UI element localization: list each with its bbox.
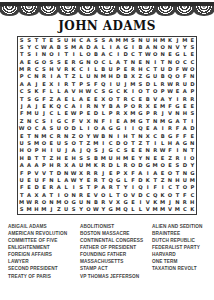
grid-cell-r3c1[interactable]: T [18,51,25,58]
grid-cell-r12c16[interactable]: M [129,118,136,125]
grid-cell-r24c11[interactable]: W [92,206,99,213]
grid-cell-r5c11[interactable]: L [92,66,99,73]
grid-cell-r10c13[interactable]: B [107,103,114,110]
grid-cell-r6c14[interactable]: D [114,73,121,80]
grid-cell-r19c12[interactable]: J [100,170,107,177]
grid-cell-r19c10[interactable]: R [85,170,92,177]
grid-cell-r3c9[interactable]: L [77,51,84,58]
grid-cell-r24c1[interactable]: S [18,206,25,213]
grid-cell-r5c24[interactable]: O [189,66,196,73]
grid-cell-r15c23[interactable]: G [181,140,188,147]
grid-cell-r12c23[interactable]: T [181,118,188,125]
grid-cell-r15c6[interactable]: U [55,140,62,147]
grid-cell-r3c14[interactable]: I [114,51,121,58]
grid-cell-r12c7[interactable]: C [62,118,69,125]
grid-cell-r11c19[interactable]: R [151,110,158,117]
grid-cell-r5c18[interactable]: C [144,66,151,73]
grid-cell-r24c9[interactable]: Y [77,206,84,213]
grid-cell-r11c9[interactable]: P [77,110,84,117]
grid-cell-r13c1[interactable]: W [18,125,25,132]
grid-cell-r22c7[interactable]: O [62,192,69,199]
grid-cell-r6c12[interactable]: M [100,73,107,80]
grid-cell-r20c13[interactable]: Q [107,177,114,184]
grid-cell-r7c14[interactable]: U [114,81,121,88]
grid-cell-r22c20[interactable]: K [159,192,166,199]
grid-cell-r15c5[interactable]: E [48,140,55,147]
grid-cell-r23c19[interactable]: K [151,199,158,206]
grid-cell-r9c17[interactable]: E [137,96,144,103]
grid-cell-r15c18[interactable]: T [144,140,151,147]
grid-cell-r14c22[interactable]: F [174,133,181,140]
grid-cell-r9c6[interactable]: A [55,96,62,103]
grid-cell-r17c15[interactable]: M [122,155,129,162]
grid-cell-r12c3[interactable]: C [33,118,40,125]
grid-cell-r9c19[interactable]: V [151,96,158,103]
grid-cell-r15c20[interactable]: L [159,140,166,147]
grid-cell-r23c2[interactable]: W [25,199,32,206]
grid-cell-r15c8[interactable]: O [70,140,77,147]
grid-cell-r2c22[interactable]: V [174,44,181,51]
grid-cell-r13c12[interactable]: A [100,125,107,132]
grid-cell-r21c23[interactable]: O [181,184,188,191]
grid-cell-r12c14[interactable]: E [114,118,121,125]
grid-cell-r24c19[interactable]: M [151,206,158,213]
grid-cell-r8c18[interactable]: T [144,88,151,95]
grid-cell-r13c4[interactable]: A [40,125,47,132]
grid-cell-r19c4[interactable]: V [40,170,47,177]
grid-cell-r17c4[interactable]: T [40,155,47,162]
grid-cell-r17c23[interactable]: I [181,155,188,162]
grid-cell-r17c2[interactable]: B [25,155,32,162]
grid-cell-r19c15[interactable]: X [122,170,129,177]
grid-cell-r18c17[interactable]: D [137,162,144,169]
grid-cell-r22c9[interactable]: R [77,192,84,199]
grid-cell-r15c3[interactable]: M [33,140,40,147]
grid-cell-r17c12[interactable]: M [100,155,107,162]
grid-cell-r9c1[interactable]: T [18,96,25,103]
grid-cell-r8c16[interactable]: I [129,88,136,95]
grid-cell-r22c10[interactable]: E [85,192,92,199]
grid-cell-r16c3[interactable]: P [33,147,40,154]
grid-cell-r24c14[interactable]: M [114,206,121,213]
grid-cell-r11c12[interactable]: L [100,110,107,117]
grid-cell-r22c23[interactable]: F [181,192,188,199]
grid-cell-r24c16[interactable]: L [129,206,136,213]
grid-cell-r6c16[interactable]: X [129,73,136,80]
grid-cell-r21c2[interactable]: E [25,184,32,191]
grid-cell-r14c7[interactable]: N [62,133,69,140]
grid-cell-r4c7[interactable]: E [62,59,69,66]
grid-cell-r20c2[interactable]: E [25,177,32,184]
grid-cell-r20c23[interactable]: U [181,177,188,184]
grid-cell-r18c7[interactable]: X [62,162,69,169]
grid-cell-r6c10[interactable]: U [85,73,92,80]
grid-cell-r20c24[interactable]: M [189,177,196,184]
grid-cell-r18c9[interactable]: U [77,162,84,169]
grid-cell-r23c5[interactable]: N [48,199,55,206]
grid-cell-r20c12[interactable]: T [100,177,107,184]
grid-cell-r7c6[interactable]: I [55,81,62,88]
grid-cell-r2c6[interactable]: B [55,44,62,51]
grid-cell-r20c22[interactable]: H [174,177,181,184]
grid-cell-r16c15[interactable]: S [122,147,129,154]
grid-cell-r22c21[interactable]: O [166,192,173,199]
grid-cell-r16c8[interactable]: A [70,147,77,154]
grid-cell-r16c7[interactable]: J [62,147,69,154]
grid-cell-r20c11[interactable]: R [92,177,99,184]
grid-cell-r8c1[interactable]: C [18,88,25,95]
grid-cell-r17c18[interactable]: N [144,155,151,162]
grid-cell-r22c15[interactable]: O [122,192,129,199]
grid-cell-r5c20[interactable]: U [159,66,166,73]
grid-cell-r18c23[interactable]: D [181,162,188,169]
grid-cell-r6c3[interactable]: N [33,73,40,80]
grid-cell-r19c20[interactable]: E [159,170,166,177]
grid-cell-r6c18[interactable]: G [144,73,151,80]
grid-cell-r14c16[interactable]: T [129,133,136,140]
grid-cell-r21c10[interactable]: T [85,184,92,191]
grid-cell-r3c23[interactable]: L [181,51,188,58]
grid-cell-r3c24[interactable]: E [189,51,196,58]
grid-cell-r16c17[interactable]: E [137,147,144,154]
grid-cell-r11c17[interactable]: G [137,110,144,117]
grid-cell-r20c7[interactable]: A [62,177,69,184]
grid-cell-r23c16[interactable]: E [129,199,136,206]
grid-cell-r5c21[interactable]: D [166,66,173,73]
grid-cell-r15c14[interactable]: D [114,140,121,147]
grid-cell-r2c24[interactable]: S [189,44,196,51]
grid-cell-r4c23[interactable]: C [181,59,188,66]
grid-cell-r4c17[interactable]: E [137,59,144,66]
grid-cell-r22c14[interactable]: T [114,192,121,199]
grid-cell-r6c1[interactable]: P [18,73,25,80]
grid-cell-r5c14[interactable]: P [114,66,121,73]
grid-cell-r10c19[interactable]: E [151,103,158,110]
grid-cell-r3c13[interactable]: C [107,51,114,58]
grid-cell-r22c24[interactable]: C [189,192,196,199]
grid-cell-r1c5[interactable]: E [48,37,55,44]
grid-cell-r9c12[interactable]: X [100,96,107,103]
grid-cell-r2c23[interactable]: Y [181,44,188,51]
grid-cell-r3c11[interactable]: B [92,51,99,58]
grid-cell-r21c14[interactable]: T [114,184,121,191]
grid-cell-r15c11[interactable]: M [92,140,99,147]
grid-cell-r6c21[interactable]: Q [166,73,173,80]
grid-cell-r22c19[interactable]: Q [151,192,158,199]
grid-cell-r14c17[interactable]: N [137,133,144,140]
grid-cell-r2c3[interactable]: C [33,44,40,51]
grid-cell-r21c11[interactable]: P [92,184,99,191]
grid-cell-r10c7[interactable]: C [62,103,69,110]
grid-cell-r13c23[interactable]: A [181,125,188,132]
grid-cell-r20c17[interactable]: D [137,177,144,184]
grid-cell-r21c19[interactable]: F [151,184,158,191]
grid-cell-r14c1[interactable]: E [18,133,25,140]
grid-cell-r6c24[interactable]: N [189,73,196,80]
grid-cell-r8c23[interactable]: A [181,88,188,95]
grid-cell-r15c7[interactable]: S [62,140,69,147]
grid-cell-r9c18[interactable]: B [144,96,151,103]
grid-cell-r15c9[interactable]: T [77,140,84,147]
grid-cell-r12c9[interactable]: V [77,118,84,125]
grid-cell-r3c22[interactable]: G [174,51,181,58]
grid-cell-r4c15[interactable]: T [122,59,129,66]
grid-cell-r20c1[interactable]: U [18,177,25,184]
grid-cell-r12c11[interactable]: N [92,118,99,125]
grid-cell-r5c3[interactable]: C [33,66,40,73]
grid-cell-r10c14[interactable]: A [114,103,121,110]
grid-cell-r8c7[interactable]: A [62,88,69,95]
grid-cell-r18c3[interactable]: A [33,162,40,169]
grid-cell-r3c4[interactable]: N [40,51,47,58]
grid-cell-r14c9[interactable]: O [77,133,84,140]
grid-cell-r4c1[interactable]: A [18,59,25,66]
grid-cell-r3c8[interactable]: I [70,51,77,58]
grid-cell-r12c10[interactable]: X [85,118,92,125]
grid-cell-r22c18[interactable]: C [144,192,151,199]
grid-cell-r19c8[interactable]: W [70,170,77,177]
grid-cell-r11c20[interactable]: J [159,110,166,117]
grid-cell-r23c18[interactable]: V [144,199,151,206]
grid-cell-r1c22[interactable]: J [174,37,181,44]
grid-cell-r13c5[interactable]: S [48,125,55,132]
grid-cell-r16c6[interactable]: U [55,147,62,154]
grid-cell-r12c5[interactable]: I [48,118,55,125]
grid-cell-r15c12[interactable]: I [100,140,107,147]
grid-cell-r6c15[interactable]: B [122,73,129,80]
grid-cell-r22c22[interactable]: T [174,192,181,199]
grid-cell-r8c4[interactable]: F [40,88,47,95]
grid-cell-r18c19[interactable]: M [151,162,158,169]
grid-cell-r24c18[interactable]: V [144,206,151,213]
grid-cell-r23c9[interactable]: U [77,199,84,206]
word-search-grid[interactable]: SSTTESUHCASSAMMSNUHMKJMESYCWABSMADALIAGI… [18,37,196,214]
grid-cell-r5c1[interactable]: M [18,66,25,73]
grid-cell-r12c15[interactable]: A [122,118,129,125]
grid-cell-r4c3[interactable]: G [33,59,40,66]
grid-cell-r14c24[interactable]: E [189,133,196,140]
grid-cell-r8c8[interactable]: V [70,88,77,95]
grid-cell-r7c21[interactable]: W [166,81,173,88]
grid-cell-r1c7[interactable]: U [62,37,69,44]
grid-cell-r23c24[interactable]: H [189,199,196,206]
grid-cell-r11c10[interactable]: E [85,110,92,117]
grid-cell-r15c4[interactable]: O [40,140,47,147]
grid-cell-r4c11[interactable]: O [92,59,99,66]
grid-cell-r12c21[interactable]: G [166,118,173,125]
grid-cell-r23c12[interactable]: R [100,199,107,206]
grid-cell-r13c10[interactable]: I [85,125,92,132]
grid-cell-r2c9[interactable]: A [77,44,84,51]
grid-cell-r24c6[interactable]: Z [55,206,62,213]
grid-cell-r18c1[interactable]: A [18,162,25,169]
grid-cell-r4c13[interactable]: L [107,59,114,66]
grid-cell-r11c23[interactable]: H [181,110,188,117]
grid-cell-r15c13[interactable]: C [107,140,114,147]
grid-cell-r20c19[interactable]: T [151,177,158,184]
grid-cell-r7c22[interactable]: R [174,81,181,88]
grid-cell-r15c17[interactable]: Z [137,140,144,147]
grid-cell-r20c6[interactable]: L [55,177,62,184]
grid-cell-r6c23[interactable]: F [181,73,188,80]
grid-cell-r20c5[interactable]: N [48,177,55,184]
grid-cell-r16c16[interactable]: E [129,147,136,154]
grid-cell-r11c3[interactable]: U [33,110,40,117]
grid-cell-r23c20[interactable]: M [159,199,166,206]
grid-cell-r18c21[interactable]: E [166,162,173,169]
grid-cell-r23c23[interactable]: R [181,199,188,206]
grid-cell-r19c14[interactable]: P [114,170,121,177]
grid-cell-r4c9[interactable]: G [77,59,84,66]
grid-cell-r7c7[interactable]: R [62,81,69,88]
grid-cell-r24c12[interactable]: Y [100,206,107,213]
grid-cell-r11c15[interactable]: X [122,110,129,117]
grid-cell-r11c16[interactable]: M [129,110,136,117]
grid-cell-r21c9[interactable]: S [77,184,84,191]
grid-cell-r2c5[interactable]: A [48,44,55,51]
grid-cell-r18c10[interactable]: M [85,162,92,169]
grid-cell-r21c15[interactable]: Y [122,184,129,191]
grid-cell-r17c21[interactable]: Z [166,155,173,162]
grid-cell-r12c19[interactable]: N [151,118,158,125]
grid-cell-r17c19[interactable]: E [151,155,158,162]
grid-cell-r16c12[interactable]: J [100,147,107,154]
grid-cell-r17c11[interactable]: B [92,155,99,162]
grid-cell-r10c5[interactable]: K [48,103,55,110]
grid-cell-r10c17[interactable]: R [137,103,144,110]
grid-cell-r3c2[interactable]: S [25,51,32,58]
grid-cell-r16c11[interactable]: S [92,147,99,154]
grid-cell-r1c17[interactable]: N [137,37,144,44]
grid-cell-r1c1[interactable]: S [18,37,25,44]
grid-cell-r7c18[interactable]: D [144,81,151,88]
grid-cell-r4c10[interactable]: N [85,59,92,66]
grid-cell-r24c15[interactable]: Q [122,206,129,213]
grid-cell-r2c17[interactable]: B [137,44,144,51]
grid-cell-r7c10[interactable]: S [85,81,92,88]
grid-cell-r3c19[interactable]: O [151,51,158,58]
grid-cell-r9c5[interactable]: Z [48,96,55,103]
grid-cell-r10c4[interactable]: E [40,103,47,110]
grid-cell-r14c6[interactable]: R [55,133,62,140]
grid-cell-r10c18[interactable]: X [144,103,151,110]
grid-cell-r17c6[interactable]: H [55,155,62,162]
grid-cell-r23c6[interactable]: M [55,199,62,206]
grid-cell-r13c7[interactable]: O [62,125,69,132]
grid-cell-r2c2[interactable]: Y [25,44,32,51]
grid-cell-r7c1[interactable]: A [18,81,25,88]
grid-cell-r17c24[interactable]: O [189,155,196,162]
grid-cell-r7c13[interactable]: I [107,81,114,88]
grid-cell-r9c4[interactable]: F [40,96,47,103]
grid-cell-r16c19[interactable]: R [151,147,158,154]
grid-cell-r24c21[interactable]: V [166,206,173,213]
grid-cell-r4c19[interactable]: I [151,59,158,66]
grid-cell-r7c4[interactable]: E [40,81,47,88]
grid-cell-r21c21[interactable]: C [166,184,173,191]
grid-cell-r3c10[interactable]: O [85,51,92,58]
grid-cell-r3c16[interactable]: C [129,51,136,58]
grid-cell-r21c8[interactable]: I [70,184,77,191]
grid-cell-r12c13[interactable]: I [107,118,114,125]
grid-cell-r14c19[interactable]: C [151,133,158,140]
grid-cell-r11c2[interactable]: M [25,110,32,117]
grid-cell-r11c6[interactable]: L [55,110,62,117]
grid-cell-r2c21[interactable]: N [166,44,173,51]
grid-cell-r9c3[interactable]: G [33,96,40,103]
grid-cell-r2c15[interactable]: G [122,44,129,51]
grid-cell-r17c17[interactable]: Y [137,155,144,162]
grid-cell-r17c13[interactable]: U [107,155,114,162]
grid-cell-r17c14[interactable]: H [114,155,121,162]
grid-cell-r16c9[interactable]: J [77,147,84,154]
grid-cell-r15c2[interactable]: S [25,140,32,147]
grid-cell-r13c16[interactable]: I [129,125,136,132]
grid-cell-r19c1[interactable]: F [18,170,25,177]
grid-cell-r24c10[interactable]: O [85,206,92,213]
grid-cell-r14c11[interactable]: W [92,133,99,140]
grid-cell-r6c22[interactable]: O [174,73,181,80]
grid-cell-r12c4[interactable]: S [40,118,47,125]
grid-cell-r2c8[interactable]: M [70,44,77,51]
grid-cell-r9c20[interactable]: A [159,96,166,103]
grid-cell-r19c16[interactable]: F [129,170,136,177]
grid-cell-r4c6[interactable]: S [55,59,62,66]
grid-cell-r7c19[interactable]: L [151,81,158,88]
grid-cell-r11c1[interactable]: F [18,110,25,117]
grid-cell-r12c2[interactable]: N [25,118,32,125]
grid-cell-r19c24[interactable]: G [189,170,196,177]
grid-cell-r1c18[interactable]: U [144,37,151,44]
grid-cell-r23c4[interactable]: O [40,199,47,206]
grid-cell-r1c6[interactable]: S [55,37,62,44]
grid-cell-r23c11[interactable]: B [92,199,99,206]
grid-cell-r23c22[interactable]: N [174,199,181,206]
grid-cell-r7c17[interactable]: S [137,81,144,88]
grid-cell-r11c21[interactable]: V [166,110,173,117]
grid-cell-r14c10[interactable]: Y [85,133,92,140]
grid-cell-r8c11[interactable]: C [92,88,99,95]
grid-cell-r2c10[interactable]: D [85,44,92,51]
grid-cell-r3c3[interactable]: I [33,51,40,58]
grid-cell-r19c23[interactable]: N [181,170,188,177]
grid-cell-r5c15[interactable]: E [122,66,129,73]
grid-cell-r17c3[interactable]: T [33,155,40,162]
grid-cell-r7c2[interactable]: A [25,81,32,88]
grid-cell-r3c17[interactable]: T [137,51,144,58]
grid-cell-r22c4[interactable]: A [40,192,47,199]
grid-cell-r16c24[interactable]: T [189,147,196,154]
grid-cell-r21c5[interactable]: R [48,184,55,191]
grid-cell-r12c6[interactable]: G [55,118,62,125]
grid-cell-r12c1[interactable]: Z [18,118,25,125]
grid-cell-r5c23[interactable]: W [181,66,188,73]
grid-cell-r3c21[interactable]: E [166,51,173,58]
grid-cell-r4c20[interactable]: T [159,59,166,66]
grid-cell-r18c8[interactable]: A [70,162,77,169]
grid-cell-r15c21[interactable]: H [166,140,173,147]
grid-cell-r7c15[interactable]: J [122,81,129,88]
grid-cell-r13c2[interactable]: O [25,125,32,132]
grid-cell-r11c8[interactable]: W [70,110,77,117]
grid-cell-r7c20[interactable]: R [159,81,166,88]
grid-cell-r16c1[interactable]: H [18,147,25,154]
grid-cell-r12c24[interactable]: I [189,118,196,125]
grid-cell-r5c9[interactable]: C [77,66,84,73]
grid-cell-r24c17[interactable]: L [137,206,144,213]
grid-cell-r23c15[interactable]: G [122,199,129,206]
grid-cell-r18c24[interactable]: Y [189,162,196,169]
